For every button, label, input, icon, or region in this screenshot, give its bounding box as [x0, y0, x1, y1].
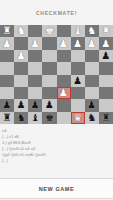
- square-h6[interactable]: [0, 87, 14, 99]
- square-f4[interactable]: [28, 62, 42, 74]
- square-e6[interactable]: [42, 87, 56, 99]
- black-knight-piece: ♞: [87, 113, 96, 123]
- square-g5[interactable]: [14, 75, 28, 87]
- square-e4[interactable]: [42, 62, 56, 74]
- square-b5[interactable]: [85, 75, 99, 87]
- square-a1[interactable]: ♜: [99, 25, 113, 37]
- square-d3[interactable]: [57, 50, 71, 62]
- square-b1[interactable]: ♞: [85, 25, 99, 37]
- white-pawn-piece: ♟: [87, 39, 96, 49]
- white-queen-piece: ♛: [73, 113, 82, 123]
- square-g6[interactable]: [14, 87, 28, 99]
- square-h8[interactable]: ♜: [0, 112, 14, 124]
- square-h5[interactable]: [0, 75, 14, 87]
- square-c7[interactable]: [71, 99, 85, 111]
- black-knight-piece: ♞: [17, 113, 26, 123]
- square-c3[interactable]: [71, 50, 85, 62]
- square-f5[interactable]: [28, 75, 42, 87]
- square-f6[interactable]: [28, 87, 42, 99]
- square-b8[interactable]: ♞: [85, 112, 99, 124]
- square-d4[interactable]: [57, 62, 71, 74]
- black-bishop-piece: ♝: [31, 113, 40, 123]
- square-f8[interactable]: ♝: [28, 112, 42, 124]
- square-a6[interactable]: [99, 87, 113, 99]
- black-pawn-piece: ♟: [17, 100, 26, 110]
- square-g7[interactable]: ♟: [14, 99, 28, 111]
- white-pawn-piece: ♟: [17, 51, 26, 61]
- square-e8[interactable]: ♚: [42, 112, 56, 124]
- square-b3[interactable]: [85, 50, 99, 62]
- white-bishop-piece: ♝: [73, 26, 82, 36]
- square-d2[interactable]: ♟: [57, 37, 71, 49]
- chess-board[interactable]: ♜♞♚♝♞♜♟♟♟♟♟♟♟♟♟♟♟♟♟♟♟♜♞♝♚♛♞♜: [0, 25, 113, 124]
- move-list: e4(...) c5 d62.) g3 Bh3 Bxc8(...) Qxc8 a…: [0, 124, 113, 164]
- checkmate-banner: CHECKMATE!: [0, 0, 113, 25]
- white-king-piece: ♚: [45, 26, 54, 36]
- square-f3[interactable]: [28, 50, 42, 62]
- square-c4[interactable]: [71, 62, 85, 74]
- white-knight-piece: ♞: [87, 26, 96, 36]
- square-b6[interactable]: [85, 87, 99, 99]
- square-g1[interactable]: ♞: [14, 25, 28, 37]
- white-rook-piece: ♜: [101, 26, 110, 36]
- square-b7[interactable]: ♟: [85, 99, 99, 111]
- square-b2[interactable]: ♟: [85, 37, 99, 49]
- square-d8[interactable]: [57, 112, 71, 124]
- black-king-piece: ♚: [45, 113, 54, 123]
- square-e7[interactable]: ♟: [42, 99, 56, 111]
- white-pawn-piece: ♟: [59, 39, 68, 49]
- square-e2[interactable]: [42, 37, 56, 49]
- square-e3[interactable]: [42, 50, 56, 62]
- square-d6[interactable]: ♟: [57, 87, 71, 99]
- square-h1[interactable]: ♜: [0, 25, 14, 37]
- white-pawn-piece: ♟: [101, 39, 110, 49]
- black-pawn-piece: ♟: [87, 100, 96, 110]
- new-game-button[interactable]: NEW GAME: [0, 178, 113, 199]
- square-g4[interactable]: [14, 62, 28, 74]
- square-c1[interactable]: ♝: [71, 25, 85, 37]
- square-a8[interactable]: ♜: [99, 112, 113, 124]
- square-d1[interactable]: [57, 25, 71, 37]
- square-e1[interactable]: ♚: [42, 25, 56, 37]
- square-f1[interactable]: [28, 25, 42, 37]
- square-f2[interactable]: ♟: [28, 37, 42, 49]
- square-g3[interactable]: ♟: [14, 50, 28, 62]
- square-c5[interactable]: ♟: [71, 75, 85, 87]
- square-b4[interactable]: [85, 62, 99, 74]
- black-rook-piece: ♜: [101, 113, 110, 123]
- white-knight-piece: ♞: [17, 26, 26, 36]
- square-g8[interactable]: ♞: [14, 112, 28, 124]
- square-c8[interactable]: ♛: [71, 112, 85, 124]
- square-a7[interactable]: [99, 99, 113, 111]
- square-e5[interactable]: [42, 75, 56, 87]
- square-h7[interactable]: ♟: [0, 99, 14, 111]
- square-a4[interactable]: [99, 62, 113, 74]
- square-f7[interactable]: ♟: [28, 99, 42, 111]
- white-pawn-piece: ♟: [73, 39, 82, 49]
- square-a2[interactable]: ♟: [99, 37, 113, 49]
- white-rook-piece: ♜: [3, 26, 12, 36]
- white-pawn-piece: ♟: [3, 39, 12, 49]
- black-pawn-piece: ♟: [45, 100, 54, 110]
- square-d7[interactable]: [57, 99, 71, 111]
- black-pawn-piece: ♟: [73, 76, 82, 86]
- square-g2[interactable]: [14, 37, 28, 49]
- square-d5[interactable]: [57, 75, 71, 87]
- square-c2[interactable]: ♟: [71, 37, 85, 49]
- black-rook-piece: ♜: [3, 113, 12, 123]
- spacer: [0, 164, 113, 178]
- square-a5[interactable]: [99, 75, 113, 87]
- square-c6[interactable]: [71, 87, 85, 99]
- square-h4[interactable]: [0, 62, 14, 74]
- white-pawn-piece: ♟: [59, 88, 68, 98]
- square-a3[interactable]: ♟: [99, 50, 113, 62]
- black-pawn-piece: ♟: [3, 100, 12, 110]
- black-pawn-piece: ♟: [31, 100, 40, 110]
- white-pawn-piece: ♟: [31, 39, 40, 49]
- black-pawn-piece: ♟: [101, 51, 110, 61]
- square-h2[interactable]: ♟: [0, 37, 14, 49]
- square-h3[interactable]: [0, 50, 14, 62]
